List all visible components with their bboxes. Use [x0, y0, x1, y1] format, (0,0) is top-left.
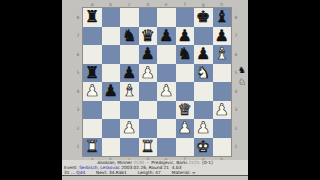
square-a4[interactable]: ♟	[83, 82, 102, 101]
square-c1[interactable]	[120, 138, 139, 157]
square-c6[interactable]	[120, 45, 139, 64]
white-pawn-c2[interactable]: ♟	[122, 120, 136, 136]
square-a2[interactable]	[83, 119, 102, 138]
file-label-f: f	[176, 2, 195, 7]
rank-labels-left: 87654321	[75, 8, 81, 156]
rank-label-3: 3	[233, 101, 239, 120]
file-label-b: b	[102, 2, 121, 7]
square-a7[interactable]	[83, 27, 102, 46]
square-g7[interactable]	[194, 27, 213, 46]
square-f1[interactable]	[176, 138, 195, 157]
square-e2[interactable]	[157, 119, 176, 138]
square-c4[interactable]: ♝	[120, 82, 139, 101]
square-g3[interactable]	[194, 101, 213, 120]
rank-label-2: 2	[75, 119, 81, 138]
square-d8[interactable]	[139, 8, 158, 27]
black-pawn-b4[interactable]: ♟	[104, 83, 118, 99]
file-label-e: e	[157, 2, 176, 7]
square-b3[interactable]	[102, 101, 121, 120]
square-c2[interactable]: ♟	[120, 119, 139, 138]
rank-label-7: 7	[75, 27, 81, 46]
square-e7[interactable]: ♟	[157, 27, 176, 46]
black-pawn-d6[interactable]: ♟	[141, 46, 155, 62]
rank-label-7: 7	[233, 27, 239, 46]
black-queen-d7[interactable]: ♛	[141, 27, 155, 43]
black-knight-c7[interactable]: ♞	[122, 27, 136, 43]
white-pawn-d5[interactable]: ♟	[141, 64, 155, 80]
rank-label-8: 8	[75, 8, 81, 27]
square-e1[interactable]	[157, 138, 176, 157]
white-pawn-f2[interactable]: ♟	[178, 120, 192, 136]
letterbox-right	[248, 0, 320, 180]
captured-pieces-tray: ♞♘	[236, 65, 248, 87]
square-f2[interactable]: ♟	[176, 119, 195, 138]
square-b5[interactable]	[102, 64, 121, 83]
square-a8[interactable]: ♜	[83, 8, 102, 27]
white-queen-f3[interactable]: ♛	[178, 101, 192, 117]
square-e3[interactable]	[157, 101, 176, 120]
square-d2[interactable]	[139, 119, 158, 138]
rank-label-8: 8	[233, 8, 239, 27]
square-d6[interactable]: ♟	[139, 45, 158, 64]
white-pawn-h3[interactable]: ♟	[215, 101, 229, 117]
black-bishop-h8[interactable]: ♝	[215, 9, 229, 25]
square-f8[interactable]	[176, 8, 195, 27]
white-bishop-h6[interactable]: ♝	[215, 46, 229, 62]
square-f5[interactable]	[176, 64, 195, 83]
square-a5[interactable]: ♜	[83, 64, 102, 83]
black-knight-f6[interactable]: ♞	[178, 46, 192, 62]
square-b1[interactable]	[102, 138, 121, 157]
chess-board[interactable]: ♜♚♝♞♛♟♟♟♟♞♟♝♜♟♟♞♟♟♝♟♛♟♟♟♟♜♜♚	[83, 8, 231, 156]
square-h2[interactable]	[213, 119, 232, 138]
rank-label-2: 2	[233, 119, 239, 138]
square-g8[interactable]: ♚	[194, 8, 213, 27]
square-h8[interactable]: ♝	[213, 8, 232, 27]
rank-label-1: 1	[75, 138, 81, 157]
square-h1[interactable]	[213, 138, 232, 157]
white-bishop-c4[interactable]: ♝	[122, 83, 136, 99]
black-rook-a8[interactable]: ♜	[85, 9, 99, 25]
white-rook-a1[interactable]: ♜	[85, 138, 99, 154]
square-g6[interactable]: ♟	[194, 45, 213, 64]
square-c7[interactable]: ♞	[120, 27, 139, 46]
square-c5[interactable]: ♟	[120, 64, 139, 83]
square-b2[interactable]	[102, 119, 121, 138]
square-d3[interactable]	[139, 101, 158, 120]
square-f6[interactable]: ♞	[176, 45, 195, 64]
black-pawn-c5[interactable]: ♟	[122, 64, 136, 80]
square-e8[interactable]	[157, 8, 176, 27]
black-knight-icon: ♞	[238, 65, 246, 75]
square-b6[interactable]	[102, 45, 121, 64]
divider-line	[62, 175, 248, 176]
square-h3[interactable]: ♟	[213, 101, 232, 120]
black-pawn-g6[interactable]: ♟	[196, 46, 210, 62]
square-g5[interactable]: ♞	[194, 64, 213, 83]
square-h6[interactable]: ♝	[213, 45, 232, 64]
black-pawn-f7[interactable]: ♟	[178, 27, 192, 43]
chess-app-area: abcdefgh 87654321 87654321 ♜♚♝♞♛♟♟♟♟♞♟♝♜…	[62, 0, 248, 180]
square-h4[interactable]	[213, 82, 232, 101]
square-b4[interactable]: ♟	[102, 82, 121, 101]
black-king-g8[interactable]: ♚	[196, 9, 210, 25]
square-a3[interactable]	[83, 101, 102, 120]
square-g4[interactable]	[194, 82, 213, 101]
square-e5[interactable]	[157, 64, 176, 83]
white-pawn-g2[interactable]: ♟	[196, 120, 210, 136]
square-d5[interactable]: ♟	[139, 64, 158, 83]
rank-label-3: 3	[75, 101, 81, 120]
square-g2[interactable]: ♟	[194, 119, 213, 138]
square-a1[interactable]: ♜	[83, 138, 102, 157]
rank-label-6: 6	[75, 45, 81, 64]
square-d1[interactable]: ♜	[139, 138, 158, 157]
square-c8[interactable]	[120, 8, 139, 27]
video-frame: abcdefgh 87654321 87654321 ♜♚♝♞♛♟♟♟♟♞♟♝♜…	[0, 0, 320, 180]
white-pawn-a4[interactable]: ♟	[85, 83, 99, 99]
square-h5[interactable]	[213, 64, 232, 83]
game-info-bar: Akobian, Minner 2530 - Predojevic, Borki…	[62, 160, 248, 175]
square-d7[interactable]: ♛	[139, 27, 158, 46]
square-e4[interactable]: ♟	[157, 82, 176, 101]
square-f7[interactable]: ♟	[176, 27, 195, 46]
black-rook-a5[interactable]: ♜	[85, 64, 99, 80]
square-c3[interactable]	[120, 101, 139, 120]
rank-label-4: 4	[75, 82, 81, 101]
square-b8[interactable]	[102, 8, 121, 27]
white-rook-d1[interactable]: ♜	[141, 138, 155, 154]
rank-label-6: 6	[233, 45, 239, 64]
square-d4[interactable]	[139, 82, 158, 101]
rank-label-5: 5	[75, 64, 81, 83]
file-label-d: d	[139, 2, 158, 7]
white-knight-g5[interactable]: ♞	[196, 64, 210, 80]
square-f4[interactable]	[176, 82, 195, 101]
square-b7[interactable]	[102, 27, 121, 46]
square-f3[interactable]: ♛	[176, 101, 195, 120]
square-g1[interactable]: ♚	[194, 138, 213, 157]
rank-label-1: 1	[233, 138, 239, 157]
file-label-c: c	[120, 2, 139, 7]
white-knight-icon: ♘	[238, 77, 246, 87]
white-king-g1[interactable]: ♚	[196, 138, 210, 154]
square-h7[interactable]: ♟	[213, 27, 232, 46]
white-pawn-e4[interactable]: ♟	[159, 83, 173, 99]
square-e6[interactable]	[157, 45, 176, 64]
letterbox-left	[0, 0, 62, 180]
black-pawn-e7[interactable]: ♟	[159, 27, 173, 43]
square-a6[interactable]	[83, 45, 102, 64]
black-pawn-h7[interactable]: ♟	[215, 27, 229, 43]
